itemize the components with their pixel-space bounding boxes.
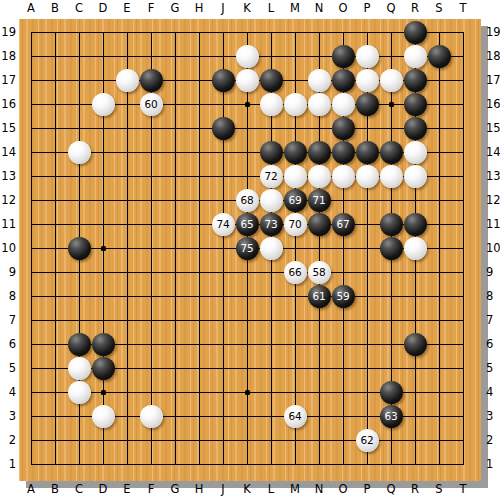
move-number-label: 67 [337, 219, 350, 230]
stone-black-R16[interactable] [404, 93, 427, 116]
coord-label-left-5: 5 [0, 361, 16, 375]
coord-label-bottom-B: B [45, 482, 65, 496]
stone-white-F16[interactable]: 60 [140, 93, 163, 116]
coord-label-right-17: 17 [486, 73, 500, 87]
move-number-label: 61 [313, 291, 326, 302]
coord-label-top-R: R [405, 1, 425, 15]
stone-black-R6[interactable] [404, 333, 427, 356]
stone-black-N12[interactable]: 71 [308, 189, 331, 212]
move-number-label: 73 [265, 219, 278, 230]
stone-white-P17[interactable] [356, 69, 379, 92]
stone-white-L10[interactable] [260, 237, 283, 260]
stone-black-S18[interactable] [428, 45, 451, 68]
coord-label-top-F: F [141, 1, 161, 15]
move-number-label: 60 [145, 99, 158, 110]
stone-black-D5[interactable] [92, 357, 115, 380]
coord-label-bottom-E: E [117, 482, 137, 496]
coord-label-bottom-H: H [189, 482, 209, 496]
coord-label-right-1: 1 [486, 457, 500, 471]
coord-label-right-14: 14 [486, 145, 500, 159]
grid-line-horizontal [31, 272, 464, 273]
coord-label-right-16: 16 [486, 97, 500, 111]
stone-black-J15[interactable] [212, 117, 235, 140]
coord-label-left-6: 6 [0, 337, 16, 351]
star-point-D4 [101, 390, 106, 395]
coord-label-bottom-G: G [165, 482, 185, 496]
coord-label-left-3: 3 [0, 409, 16, 423]
coord-label-bottom-S: S [429, 482, 449, 496]
star-point-D10 [101, 246, 106, 251]
coord-label-top-N: N [309, 1, 329, 15]
coord-label-top-H: H [189, 1, 209, 15]
coord-label-left-18: 18 [0, 49, 16, 63]
coord-label-top-E: E [117, 1, 137, 15]
coord-label-left-2: 2 [0, 433, 16, 447]
coord-label-top-D: D [93, 1, 113, 15]
stone-white-L12[interactable] [260, 189, 283, 212]
stone-white-J11[interactable]: 74 [212, 213, 235, 236]
coord-label-left-4: 4 [0, 385, 16, 399]
move-number-label: 68 [241, 195, 254, 206]
coord-label-top-O: O [333, 1, 353, 15]
stone-black-L17[interactable] [260, 69, 283, 92]
coord-label-top-B: B [45, 1, 65, 15]
coord-label-left-19: 19 [0, 25, 16, 39]
coord-label-right-2: 2 [486, 433, 500, 447]
coord-label-right-5: 5 [486, 361, 500, 375]
coord-label-top-C: C [69, 1, 89, 15]
stone-white-K12[interactable]: 68 [236, 189, 259, 212]
stone-white-O16[interactable] [332, 93, 355, 116]
coord-label-top-G: G [165, 1, 185, 15]
stone-white-R18[interactable] [404, 45, 427, 68]
stone-black-O14[interactable] [332, 141, 355, 164]
stone-black-N8[interactable]: 61 [308, 285, 331, 308]
stone-black-Q10[interactable] [380, 237, 403, 260]
coord-label-top-T: T [453, 1, 473, 15]
stone-white-C5[interactable] [68, 357, 91, 380]
coord-label-bottom-O: O [333, 482, 353, 496]
coord-label-bottom-N: N [309, 482, 329, 496]
stone-white-R10[interactable] [404, 237, 427, 260]
stone-white-R13[interactable] [404, 165, 427, 188]
stone-white-Q17[interactable] [380, 69, 403, 92]
coord-label-left-17: 17 [0, 73, 16, 87]
coord-label-bottom-Q: Q [381, 482, 401, 496]
coord-label-right-6: 6 [486, 337, 500, 351]
coord-label-bottom-R: R [405, 482, 425, 496]
stone-black-M14[interactable] [284, 141, 307, 164]
stone-black-L14[interactable] [260, 141, 283, 164]
move-number-label: 65 [241, 219, 254, 230]
stone-black-C6[interactable] [68, 333, 91, 356]
coord-label-top-K: K [237, 1, 257, 15]
coord-label-left-14: 14 [0, 145, 16, 159]
coord-label-right-19: 19 [486, 25, 500, 39]
move-number-label: 62 [361, 435, 374, 446]
stone-black-R19[interactable] [404, 21, 427, 44]
stone-white-N13[interactable] [308, 165, 331, 188]
stone-black-R17[interactable] [404, 69, 427, 92]
coord-label-right-15: 15 [486, 121, 500, 135]
stone-black-D6[interactable] [92, 333, 115, 356]
stone-white-M9[interactable]: 66 [284, 261, 307, 284]
stone-white-D16[interactable] [92, 93, 115, 116]
coord-label-right-11: 11 [486, 217, 500, 231]
coord-label-right-3: 3 [486, 409, 500, 423]
stone-white-P2[interactable]: 62 [356, 429, 379, 452]
stone-black-M12[interactable]: 69 [284, 189, 307, 212]
stone-black-J17[interactable] [212, 69, 235, 92]
coord-label-left-8: 8 [0, 289, 16, 303]
stone-black-Q14[interactable] [380, 141, 403, 164]
coord-label-bottom-F: F [141, 482, 161, 496]
move-number-label: 66 [289, 267, 302, 278]
stone-black-R11[interactable] [404, 213, 427, 236]
star-point-K16 [245, 102, 250, 107]
grid-line-horizontal [31, 320, 464, 321]
coord-label-left-12: 12 [0, 193, 16, 207]
coord-label-left-15: 15 [0, 121, 16, 135]
stone-white-L13[interactable]: 72 [260, 165, 283, 188]
stone-white-E17[interactable] [116, 69, 139, 92]
stone-black-Q3[interactable]: 63 [380, 405, 403, 428]
stone-black-F17[interactable] [140, 69, 163, 92]
move-number-label: 72 [265, 171, 278, 182]
coord-label-bottom-T: T [453, 482, 473, 496]
coord-label-right-10: 10 [486, 241, 500, 255]
stone-white-C4[interactable] [68, 381, 91, 404]
stone-white-Q13[interactable] [380, 165, 403, 188]
coord-label-left-10: 10 [0, 241, 16, 255]
coord-label-right-9: 9 [486, 265, 500, 279]
stone-white-M13[interactable] [284, 165, 307, 188]
stone-white-D3[interactable] [92, 405, 115, 428]
stone-black-O11[interactable]: 67 [332, 213, 355, 236]
stone-white-K17[interactable] [236, 69, 259, 92]
coord-label-top-P: P [357, 1, 377, 15]
grid-line-vertical [463, 32, 464, 465]
stone-white-M3[interactable]: 64 [284, 405, 307, 428]
stone-white-C14[interactable] [68, 141, 91, 164]
stone-black-N14[interactable] [308, 141, 331, 164]
coord-label-left-1: 1 [0, 457, 16, 471]
stone-white-O13[interactable] [332, 165, 355, 188]
stone-black-R15[interactable] [404, 117, 427, 140]
stone-white-N9[interactable]: 58 [308, 261, 331, 284]
stone-black-N11[interactable] [308, 213, 331, 236]
coord-label-bottom-A: A [21, 482, 41, 496]
stone-black-C10[interactable] [68, 237, 91, 260]
go-diagram: 607268697174657370677566586159646362 AA1… [0, 0, 500, 500]
coord-label-bottom-C: C [69, 482, 89, 496]
grid-line-horizontal [31, 296, 464, 297]
move-number-label: 69 [289, 195, 302, 206]
coord-label-top-S: S [429, 1, 449, 15]
coord-label-right-4: 4 [486, 385, 500, 399]
move-number-label: 64 [289, 411, 302, 422]
coord-label-left-7: 7 [0, 313, 16, 327]
stone-black-O8[interactable]: 59 [332, 285, 355, 308]
coord-label-top-A: A [21, 1, 41, 15]
stone-white-P13[interactable] [356, 165, 379, 188]
move-number-label: 63 [385, 411, 398, 422]
stone-white-F3[interactable] [140, 405, 163, 428]
coord-label-top-J: J [213, 1, 233, 15]
coord-label-left-11: 11 [0, 217, 16, 231]
coord-label-bottom-P: P [357, 482, 377, 496]
stone-white-N17[interactable] [308, 69, 331, 92]
coord-label-bottom-M: M [285, 482, 305, 496]
coord-label-right-8: 8 [486, 289, 500, 303]
move-number-label: 71 [313, 195, 326, 206]
star-point-K4 [245, 390, 250, 395]
move-number-label: 74 [217, 219, 230, 230]
stone-white-R14[interactable] [404, 141, 427, 164]
move-number-label: 58 [313, 267, 326, 278]
stone-white-M11[interactable]: 70 [284, 213, 307, 236]
stone-black-K11[interactable]: 65 [236, 213, 259, 236]
coord-label-right-7: 7 [486, 313, 500, 327]
coord-label-bottom-K: K [237, 482, 257, 496]
stone-white-P18[interactable] [356, 45, 379, 68]
coord-label-top-L: L [261, 1, 281, 15]
stone-black-O17[interactable] [332, 69, 355, 92]
stone-black-O18[interactable] [332, 45, 355, 68]
coord-label-left-16: 16 [0, 97, 16, 111]
stone-black-O15[interactable] [332, 117, 355, 140]
grid-line-horizontal [31, 464, 464, 465]
coord-label-left-9: 9 [0, 265, 16, 279]
stone-white-N16[interactable] [308, 93, 331, 116]
coord-label-right-13: 13 [486, 169, 500, 183]
coord-label-right-18: 18 [486, 49, 500, 63]
stone-black-Q11[interactable] [380, 213, 403, 236]
stone-black-P16[interactable] [356, 93, 379, 116]
coord-label-bottom-L: L [261, 482, 281, 496]
stone-black-P14[interactable] [356, 141, 379, 164]
stone-white-M16[interactable] [284, 93, 307, 116]
stone-white-L16[interactable] [260, 93, 283, 116]
coord-label-top-Q: Q [381, 1, 401, 15]
stone-white-K18[interactable] [236, 45, 259, 68]
move-number-label: 70 [289, 219, 302, 230]
move-number-label: 75 [241, 243, 254, 254]
coord-label-left-13: 13 [0, 169, 16, 183]
stone-black-L11[interactable]: 73 [260, 213, 283, 236]
stone-black-Q4[interactable] [380, 381, 403, 404]
move-number-label: 59 [337, 291, 350, 302]
coord-label-bottom-D: D [93, 482, 113, 496]
coord-label-top-M: M [285, 1, 305, 15]
grid-line-horizontal [31, 440, 464, 441]
grid-line-vertical [439, 32, 440, 465]
stone-black-K10[interactable]: 75 [236, 237, 259, 260]
goban-board[interactable]: 607268697174657370677566586159646362 [19, 19, 481, 481]
coord-label-right-12: 12 [486, 193, 500, 207]
coord-label-bottom-J: J [213, 482, 233, 496]
star-point-Q16 [389, 102, 394, 107]
